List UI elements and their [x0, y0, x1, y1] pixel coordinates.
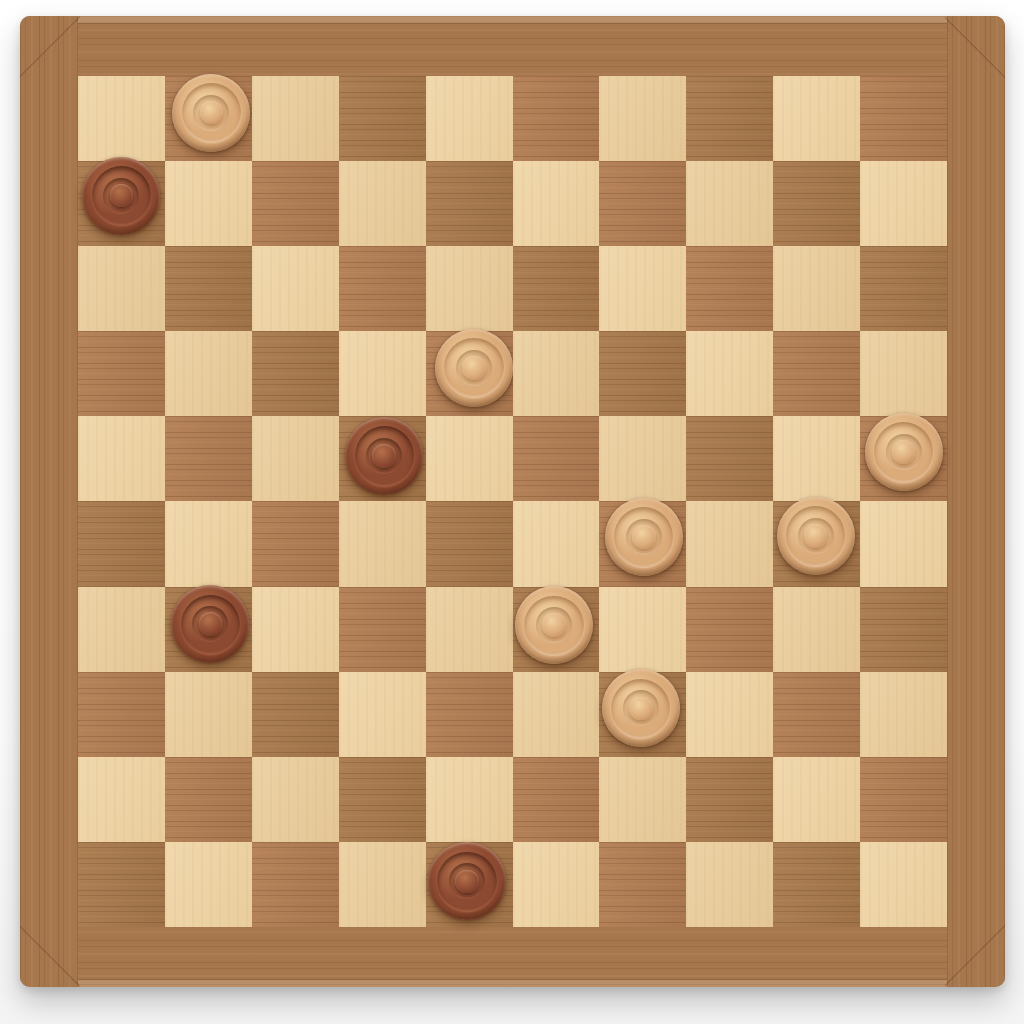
square-r8c8[interactable] [773, 757, 860, 842]
square-r9c7[interactable] [686, 842, 773, 927]
checker-center-dome [804, 524, 827, 547]
square-r4c1[interactable] [165, 416, 252, 501]
square-r1c1[interactable] [165, 161, 252, 246]
square-r1c6[interactable] [599, 161, 686, 246]
square-r3c8[interactable] [773, 331, 860, 416]
square-r2c3[interactable] [339, 246, 426, 331]
square-r1c8[interactable] [773, 161, 860, 246]
light-checker[interactable] [605, 498, 683, 576]
square-r0c8[interactable] [773, 76, 860, 161]
light-checker[interactable] [435, 329, 513, 407]
square-r5c7[interactable] [686, 501, 773, 586]
square-r6c1[interactable] [165, 587, 252, 672]
square-r6c7[interactable] [686, 587, 773, 672]
square-r1c5[interactable] [513, 161, 600, 246]
photo-backdrop [0, 0, 1024, 1024]
square-r7c8[interactable] [773, 672, 860, 757]
checker-center-dome [110, 184, 133, 207]
square-r7c6[interactable] [599, 672, 686, 757]
square-r2c1[interactable] [165, 246, 252, 331]
square-r5c0[interactable] [78, 501, 165, 586]
square-r2c4[interactable] [426, 246, 513, 331]
square-r9c1[interactable] [165, 842, 252, 927]
square-r3c3[interactable] [339, 331, 426, 416]
square-r2c6[interactable] [599, 246, 686, 331]
square-r9c0[interactable] [78, 842, 165, 927]
checker-center-dome [632, 525, 655, 548]
square-r8c4[interactable] [426, 757, 513, 842]
square-r4c0[interactable] [78, 416, 165, 501]
square-r5c4[interactable] [426, 501, 513, 586]
square-r5c2[interactable] [252, 501, 339, 586]
square-r8c3[interactable] [339, 757, 426, 842]
checker-center-dome [372, 444, 395, 467]
square-r5c3[interactable] [339, 501, 426, 586]
square-r7c3[interactable] [339, 672, 426, 757]
square-r1c9[interactable] [860, 161, 947, 246]
square-r1c2[interactable] [252, 161, 339, 246]
square-r5c9[interactable] [860, 501, 947, 586]
square-r3c9[interactable] [860, 331, 947, 416]
square-r4c3[interactable] [339, 416, 426, 501]
square-r6c5[interactable] [513, 587, 600, 672]
square-r8c0[interactable] [78, 757, 165, 842]
square-r7c9[interactable] [860, 672, 947, 757]
dark-checker[interactable] [171, 585, 249, 663]
square-r2c2[interactable] [252, 246, 339, 331]
square-r6c6[interactable] [599, 587, 686, 672]
square-r3c5[interactable] [513, 331, 600, 416]
checker-center-dome [200, 101, 223, 124]
square-r0c3[interactable] [339, 76, 426, 161]
square-r6c8[interactable] [773, 587, 860, 672]
square-r7c1[interactable] [165, 672, 252, 757]
square-r1c3[interactable] [339, 161, 426, 246]
dark-checker[interactable] [345, 417, 423, 495]
square-r9c5[interactable] [513, 842, 600, 927]
square-r4c4[interactable] [426, 416, 513, 501]
square-r0c1[interactable] [165, 76, 252, 161]
square-r4c2[interactable] [252, 416, 339, 501]
square-r8c1[interactable] [165, 757, 252, 842]
square-r7c5[interactable] [513, 672, 600, 757]
square-r5c5[interactable] [513, 501, 600, 586]
square-r7c0[interactable] [78, 672, 165, 757]
square-r9c2[interactable] [252, 842, 339, 927]
square-r0c9[interactable] [860, 76, 947, 161]
square-r6c4[interactable] [426, 587, 513, 672]
square-r3c1[interactable] [165, 331, 252, 416]
square-r9c3[interactable] [339, 842, 426, 927]
square-r7c7[interactable] [686, 672, 773, 757]
board-grid [78, 76, 947, 927]
square-r0c6[interactable] [599, 76, 686, 161]
light-checker[interactable] [777, 497, 855, 575]
square-r2c7[interactable] [686, 246, 773, 331]
square-r0c5[interactable] [513, 76, 600, 161]
square-r9c6[interactable] [599, 842, 686, 927]
square-r3c4[interactable] [426, 331, 513, 416]
checker-center-dome [542, 613, 565, 636]
square-r1c7[interactable] [686, 161, 773, 246]
square-r3c6[interactable] [599, 331, 686, 416]
square-r6c2[interactable] [252, 587, 339, 672]
square-r0c2[interactable] [252, 76, 339, 161]
checker-center-dome [629, 697, 652, 720]
square-r8c2[interactable] [252, 757, 339, 842]
light-checker[interactable] [602, 669, 680, 747]
light-checker[interactable] [515, 586, 593, 664]
draughts-board [20, 16, 1005, 987]
square-r3c2[interactable] [252, 331, 339, 416]
square-r0c0[interactable] [78, 76, 165, 161]
checker-center-dome [199, 612, 222, 635]
square-r2c5[interactable] [513, 246, 600, 331]
square-r4c6[interactable] [599, 416, 686, 501]
square-r1c0[interactable] [78, 161, 165, 246]
square-r2c8[interactable] [773, 246, 860, 331]
checker-center-dome [455, 870, 478, 893]
square-r4c7[interactable] [686, 416, 773, 501]
square-r6c0[interactable] [78, 587, 165, 672]
square-r6c3[interactable] [339, 587, 426, 672]
square-r0c4[interactable] [426, 76, 513, 161]
light-checker[interactable] [172, 74, 250, 152]
square-r7c4[interactable] [426, 672, 513, 757]
square-r7c2[interactable] [252, 672, 339, 757]
square-r8c9[interactable] [860, 757, 947, 842]
square-r4c9[interactable] [860, 416, 947, 501]
checker-center-dome [462, 356, 485, 379]
square-r3c7[interactable] [686, 331, 773, 416]
square-r6c9[interactable] [860, 587, 947, 672]
frame-left-rail [20, 16, 78, 987]
square-r8c6[interactable] [599, 757, 686, 842]
light-checker[interactable] [865, 413, 943, 491]
square-r9c9[interactable] [860, 842, 947, 927]
square-r8c7[interactable] [686, 757, 773, 842]
frame-right-rail [947, 16, 1005, 987]
square-r5c6[interactable] [599, 501, 686, 586]
square-r8c5[interactable] [513, 757, 600, 842]
square-r1c4[interactable] [426, 161, 513, 246]
square-r0c7[interactable] [686, 76, 773, 161]
square-r2c9[interactable] [860, 246, 947, 331]
square-r5c1[interactable] [165, 501, 252, 586]
dark-checker[interactable] [428, 842, 506, 920]
square-r4c8[interactable] [773, 416, 860, 501]
square-r2c0[interactable] [78, 246, 165, 331]
dark-checker[interactable] [82, 157, 160, 235]
square-r9c4[interactable] [426, 842, 513, 927]
square-r3c0[interactable] [78, 331, 165, 416]
square-r9c8[interactable] [773, 842, 860, 927]
square-r5c8[interactable] [773, 501, 860, 586]
square-r4c5[interactable] [513, 416, 600, 501]
checker-center-dome [892, 440, 915, 463]
